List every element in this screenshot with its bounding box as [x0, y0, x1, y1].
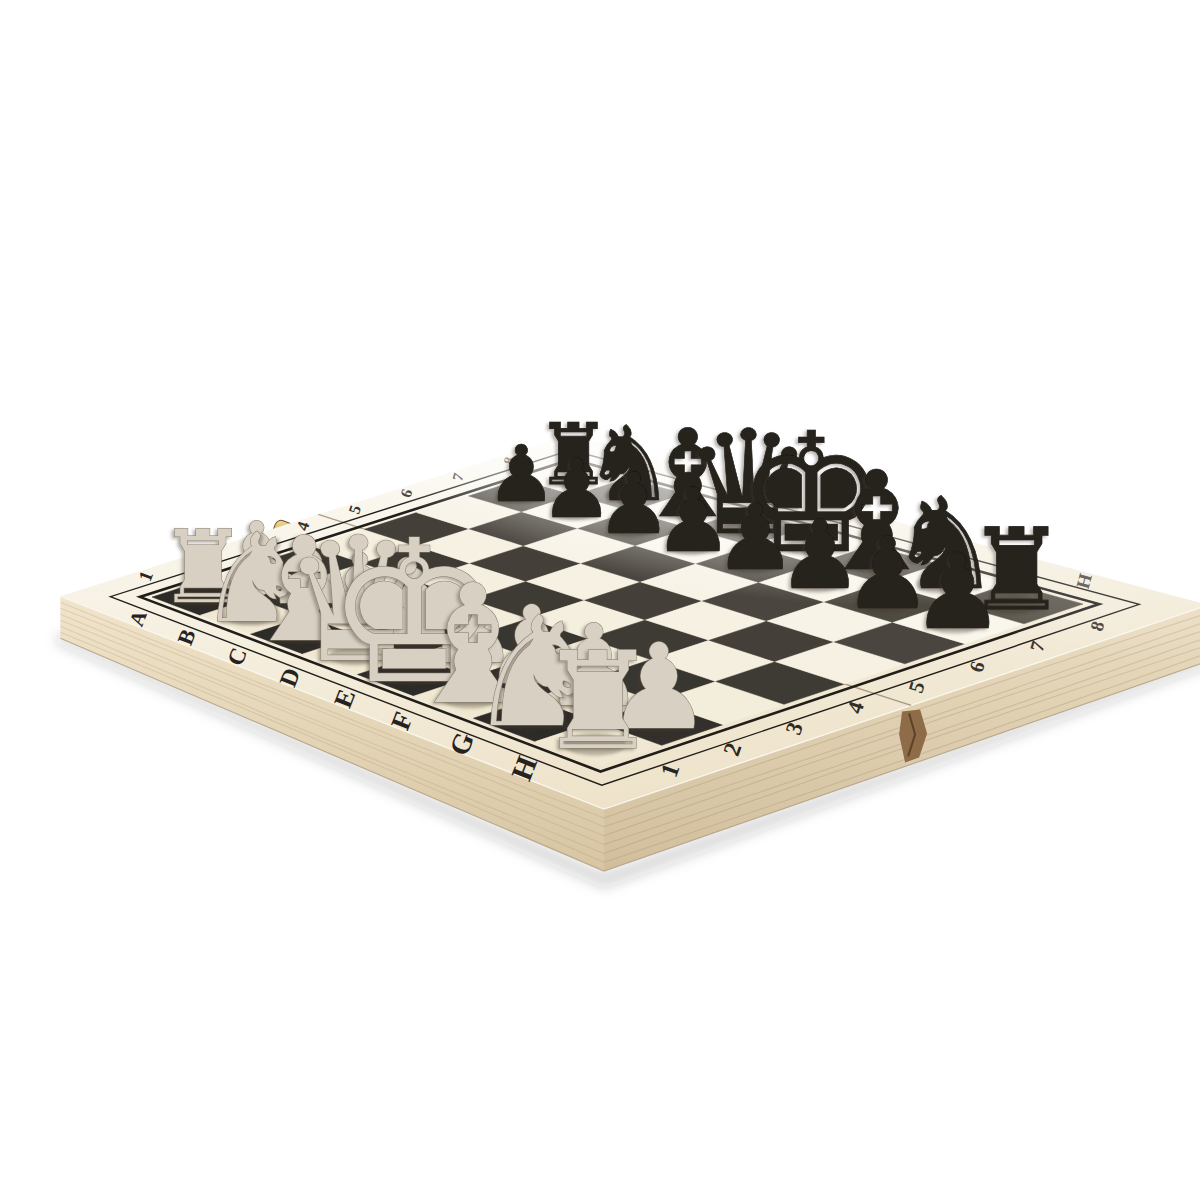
piece-black-pawn-h7[interactable]: ♟ [911, 531, 1004, 653]
chess-set-photo: AABBCCDDEEFFGGHH1122334455667788♜♞♟♝♟♛♟♚… [0, 0, 1200, 1200]
chessboard-scene: AABBCCDDEEFFGGHH1122334455667788♜♞♟♝♟♛♟♚… [0, 0, 1200, 1200]
piece-white-rook-h1[interactable]: ♜ [537, 623, 658, 780]
